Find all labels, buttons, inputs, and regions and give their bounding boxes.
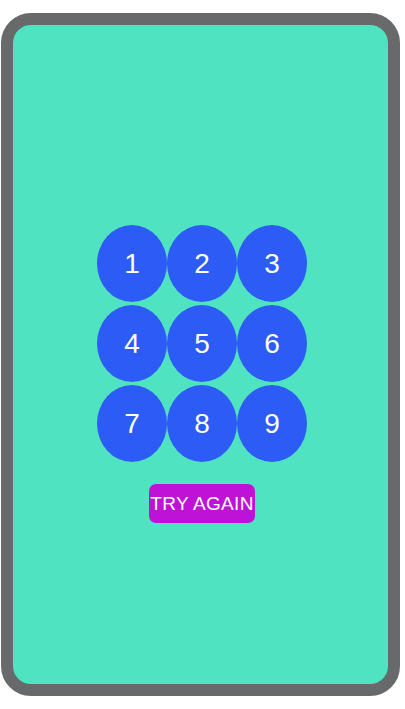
key-9[interactable]: 9 bbox=[237, 385, 307, 462]
key-3[interactable]: 3 bbox=[237, 225, 307, 302]
key-8[interactable]: 8 bbox=[167, 385, 237, 462]
number-keypad: 1 2 3 4 5 6 7 8 9 bbox=[97, 225, 307, 462]
key-2[interactable]: 2 bbox=[167, 225, 237, 302]
key-4[interactable]: 4 bbox=[97, 305, 167, 382]
try-again-button[interactable]: TRY AGAIN bbox=[149, 484, 255, 523]
key-6[interactable]: 6 bbox=[237, 305, 307, 382]
key-5[interactable]: 5 bbox=[167, 305, 237, 382]
key-1[interactable]: 1 bbox=[97, 225, 167, 302]
key-7[interactable]: 7 bbox=[97, 385, 167, 462]
device-frame: 1 2 3 4 5 6 7 8 9 TRY AGAIN bbox=[1, 13, 400, 696]
